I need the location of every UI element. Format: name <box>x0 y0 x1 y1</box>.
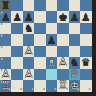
square-b2[interactable] <box>11 69 22 80</box>
chess-board: 8♜7♟♟♟♚♟♟6♞5♟4♙3♗♙♞♛2♙♙♕1a♖bcdef♖g♔h <box>0 0 92 92</box>
black-pawn-piece[interactable]: ♟ <box>70 11 79 22</box>
square-a6[interactable]: 6 <box>0 23 11 34</box>
square-b3[interactable] <box>11 57 22 68</box>
square-h7[interactable]: ♟ <box>80 11 91 22</box>
square-f3[interactable]: ♙ <box>57 57 68 68</box>
square-c7[interactable]: ♟ <box>23 11 34 22</box>
rank-label-6: 6 <box>1 23 3 26</box>
square-c2[interactable]: ♙ <box>23 69 34 80</box>
square-h6[interactable] <box>80 23 91 34</box>
square-c5[interactable] <box>23 34 34 45</box>
square-b1[interactable]: b <box>11 80 22 91</box>
square-e2[interactable] <box>46 69 57 80</box>
file-label-h: h <box>89 88 91 91</box>
square-a2[interactable]: 2♙ <box>0 69 11 80</box>
file-label-b: b <box>20 88 22 91</box>
square-h3[interactable]: ♛ <box>80 57 91 68</box>
square-e3[interactable]: ♗ <box>46 57 57 68</box>
white-rook-piece[interactable]: ♖ <box>1 80 10 91</box>
square-d1[interactable]: d <box>34 80 45 91</box>
square-c6[interactable]: ♞ <box>23 23 34 34</box>
square-g8[interactable] <box>69 0 80 11</box>
square-f7[interactable]: ♚ <box>57 11 68 22</box>
square-d6[interactable] <box>34 23 45 34</box>
black-queen-piece[interactable]: ♛ <box>81 57 90 68</box>
square-d2[interactable] <box>34 69 45 80</box>
square-g7[interactable]: ♟ <box>69 11 80 22</box>
square-g1[interactable]: g♔ <box>69 80 80 91</box>
white-rook-piece[interactable]: ♖ <box>58 80 67 91</box>
square-f1[interactable]: f♖ <box>57 80 68 91</box>
white-pawn-piece[interactable]: ♙ <box>24 69 33 80</box>
black-pawn-piece[interactable]: ♟ <box>24 11 33 22</box>
square-e8[interactable] <box>46 0 57 11</box>
square-g6[interactable] <box>69 23 80 34</box>
white-queen-piece[interactable]: ♕ <box>70 69 79 80</box>
black-knight-piece[interactable]: ♞ <box>70 57 79 68</box>
black-king-piece[interactable]: ♚ <box>58 11 67 22</box>
black-pawn-piece[interactable]: ♟ <box>1 11 10 22</box>
square-e1[interactable]: e <box>46 80 57 91</box>
square-c8[interactable] <box>23 0 34 11</box>
square-d8[interactable] <box>34 0 45 11</box>
square-h5[interactable] <box>80 34 91 45</box>
square-a5[interactable]: 5 <box>0 34 11 45</box>
square-a4[interactable]: 4 <box>0 46 11 57</box>
black-knight-piece[interactable]: ♞ <box>24 23 33 34</box>
square-g3[interactable]: ♞ <box>69 57 80 68</box>
white-pawn-piece[interactable]: ♙ <box>58 57 67 68</box>
square-d3[interactable] <box>34 57 45 68</box>
rank-label-4: 4 <box>1 46 3 49</box>
white-king-piece[interactable]: ♔ <box>70 80 79 91</box>
square-a7[interactable]: 7♟ <box>0 11 11 22</box>
white-pawn-piece[interactable]: ♙ <box>1 69 10 80</box>
square-d5[interactable] <box>34 34 45 45</box>
black-rook-piece[interactable]: ♜ <box>1 0 10 11</box>
square-g4[interactable] <box>69 46 80 57</box>
square-a3[interactable]: 3 <box>0 57 11 68</box>
square-b4[interactable] <box>11 46 22 57</box>
square-d7[interactable] <box>34 11 45 22</box>
square-f4[interactable] <box>57 46 68 57</box>
square-e7[interactable] <box>46 11 57 22</box>
file-label-c: c <box>32 88 34 91</box>
square-h8[interactable] <box>80 0 91 11</box>
square-c3[interactable] <box>23 57 34 68</box>
square-g2[interactable]: ♕ <box>69 69 80 80</box>
white-pawn-piece[interactable]: ♙ <box>24 46 33 57</box>
square-f6[interactable] <box>57 23 68 34</box>
square-c1[interactable]: c <box>23 80 34 91</box>
square-b8[interactable] <box>11 0 22 11</box>
white-bishop-piece[interactable]: ♗ <box>47 57 56 68</box>
square-e4[interactable] <box>46 46 57 57</box>
square-b6[interactable] <box>11 23 22 34</box>
rank-label-3: 3 <box>1 58 3 61</box>
square-c4[interactable]: ♙ <box>23 46 34 57</box>
square-e5[interactable]: ♟ <box>46 34 57 45</box>
square-b5[interactable] <box>11 34 22 45</box>
square-e6[interactable] <box>46 23 57 34</box>
square-g5[interactable] <box>69 34 80 45</box>
square-f2[interactable] <box>57 69 68 80</box>
rank-label-5: 5 <box>1 35 3 38</box>
square-a1[interactable]: 1a♖ <box>0 80 11 91</box>
file-label-d: d <box>43 88 45 91</box>
square-a8[interactable]: 8♜ <box>0 0 11 11</box>
square-h4[interactable] <box>80 46 91 57</box>
black-pawn-piece[interactable]: ♟ <box>47 34 56 45</box>
square-h2[interactable] <box>80 69 91 80</box>
square-d4[interactable] <box>34 46 45 57</box>
black-pawn-piece[interactable]: ♟ <box>12 11 21 22</box>
square-b7[interactable]: ♟ <box>11 11 22 22</box>
square-f5[interactable] <box>57 34 68 45</box>
black-pawn-piece[interactable]: ♟ <box>81 11 90 22</box>
square-f8[interactable] <box>57 0 68 11</box>
square-h1[interactable]: h <box>80 80 91 91</box>
file-label-e: e <box>54 88 56 91</box>
